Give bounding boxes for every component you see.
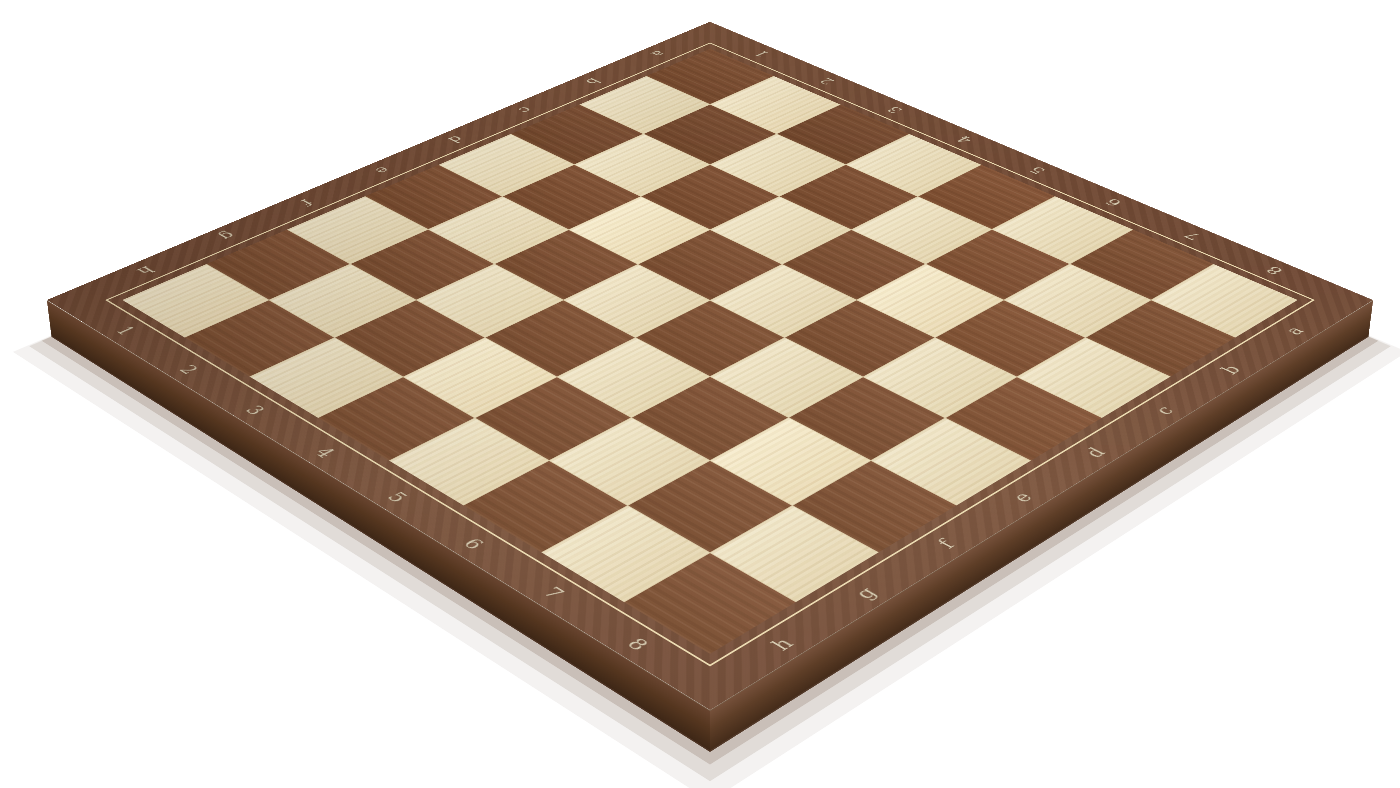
square-e8 xyxy=(871,418,1030,505)
square-e7 xyxy=(789,377,945,460)
square-h3 xyxy=(250,338,402,418)
square-h7 xyxy=(542,506,709,602)
rank-labels-near: 12345678 xyxy=(78,304,700,681)
square-f6 xyxy=(632,377,788,460)
square-g5 xyxy=(475,377,631,460)
square-h4 xyxy=(318,377,474,460)
square-g3 xyxy=(335,300,484,376)
square-c8 xyxy=(1018,338,1170,418)
square-d6 xyxy=(786,300,935,376)
square-b8 xyxy=(1086,300,1235,376)
square-g8 xyxy=(711,506,878,602)
square-d8 xyxy=(946,377,1102,460)
square-g4 xyxy=(403,338,555,418)
product-photo-scene: 12345678 12345678 abcdefgh abcdefgh xyxy=(0,0,1400,788)
square-h5 xyxy=(389,418,548,505)
square-c7 xyxy=(936,300,1085,376)
chessboard-3d: 12345678 12345678 abcdefgh abcdefgh xyxy=(47,22,1374,711)
square-h2 xyxy=(185,300,334,376)
file-labels-near: abcdefgh xyxy=(720,304,1342,681)
square-f8 xyxy=(793,461,956,552)
square-e6 xyxy=(711,338,863,418)
square-e5 xyxy=(636,300,785,376)
square-g6 xyxy=(550,418,709,505)
square-f7 xyxy=(711,418,870,505)
board-field xyxy=(122,49,1297,654)
square-d7 xyxy=(864,338,1016,418)
square-h6 xyxy=(464,461,627,552)
square-f5 xyxy=(557,338,709,418)
square-g7 xyxy=(628,461,791,552)
chessboard: 12345678 12345678 abcdefgh abcdefgh xyxy=(47,22,1374,711)
square-h8 xyxy=(624,553,795,654)
square-f4 xyxy=(485,300,634,376)
